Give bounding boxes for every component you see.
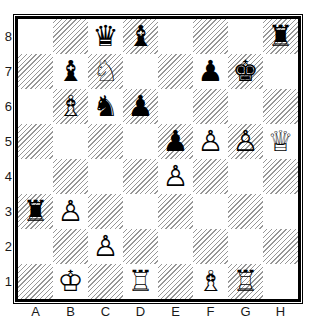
square-a7[interactable] — [18, 54, 53, 89]
rank-label-1: 1 — [0, 264, 12, 299]
square-a6[interactable] — [18, 89, 53, 124]
square-f7[interactable]: ♟ — [193, 54, 228, 89]
square-b6[interactable]: ♗ — [53, 89, 88, 124]
square-a4[interactable] — [18, 159, 53, 194]
board-frame: ♛♝♜♝♘♟♚♗♞♟♟♙♙♕♙♜♙♙♔♖♗♖ — [13, 14, 303, 304]
rank-label-7: 7 — [0, 54, 12, 89]
piece-white-pawn-g5[interactable]: ♙ — [233, 124, 259, 159]
square-f4[interactable] — [193, 159, 228, 194]
square-a3[interactable]: ♜ — [18, 194, 53, 229]
square-h3[interactable] — [263, 194, 298, 229]
piece-black-bishop-d8[interactable]: ♝ — [128, 19, 154, 54]
piece-white-pawn-f5[interactable]: ♙ — [198, 124, 224, 159]
square-d6[interactable]: ♟ — [123, 89, 158, 124]
square-g5[interactable]: ♙ — [228, 124, 263, 159]
piece-white-bishop-b6[interactable]: ♗ — [58, 89, 84, 124]
piece-black-pawn-d6[interactable]: ♟ — [128, 89, 154, 124]
piece-white-pawn-b3[interactable]: ♙ — [58, 194, 84, 229]
square-c6[interactable]: ♞ — [88, 89, 123, 124]
rank-label-3: 3 — [0, 194, 12, 229]
square-g1[interactable]: ♖ — [228, 264, 263, 299]
square-e1[interactable] — [158, 264, 193, 299]
square-d8[interactable]: ♝ — [123, 19, 158, 54]
rank-label-2: 2 — [0, 229, 12, 264]
square-g6[interactable] — [228, 89, 263, 124]
file-label-g: G — [228, 303, 263, 319]
square-g2[interactable] — [228, 229, 263, 264]
piece-white-rook-d1[interactable]: ♖ — [128, 264, 154, 299]
square-e6[interactable] — [158, 89, 193, 124]
file-label-b: B — [53, 303, 88, 319]
square-b8[interactable] — [53, 19, 88, 54]
rank-labels: 87654321 — [0, 19, 12, 299]
piece-black-pawn-e5[interactable]: ♟ — [163, 124, 189, 159]
square-h7[interactable] — [263, 54, 298, 89]
piece-black-rook-a3[interactable]: ♜ — [23, 194, 49, 229]
piece-black-knight-c6[interactable]: ♞ — [93, 89, 119, 124]
square-c5[interactable] — [88, 124, 123, 159]
square-a5[interactable] — [18, 124, 53, 159]
square-c3[interactable] — [88, 194, 123, 229]
square-a2[interactable] — [18, 229, 53, 264]
piece-white-queen-h5[interactable]: ♕ — [268, 124, 294, 159]
square-h2[interactable] — [263, 229, 298, 264]
square-b2[interactable] — [53, 229, 88, 264]
square-b3[interactable]: ♙ — [53, 194, 88, 229]
square-g3[interactable] — [228, 194, 263, 229]
file-label-f: F — [193, 303, 228, 319]
piece-black-king-g7[interactable]: ♚ — [233, 54, 259, 89]
square-d5[interactable] — [123, 124, 158, 159]
piece-white-pawn-e4[interactable]: ♙ — [163, 159, 189, 194]
piece-white-knight-c7[interactable]: ♘ — [93, 54, 119, 89]
square-d3[interactable] — [123, 194, 158, 229]
square-c1[interactable] — [88, 264, 123, 299]
square-h4[interactable] — [263, 159, 298, 194]
file-label-e: E — [158, 303, 193, 319]
square-e5[interactable]: ♟ — [158, 124, 193, 159]
file-label-h: H — [263, 303, 298, 319]
chess-board: ♛♝♜♝♘♟♚♗♞♟♟♙♙♕♙♜♙♙♔♖♗♖ — [15, 16, 301, 302]
square-h8[interactable]: ♜ — [263, 19, 298, 54]
square-e3[interactable] — [158, 194, 193, 229]
square-h6[interactable] — [263, 89, 298, 124]
rank-label-6: 6 — [0, 89, 12, 124]
square-f6[interactable] — [193, 89, 228, 124]
piece-black-rook-h8[interactable]: ♜ — [268, 19, 294, 54]
square-e7[interactable] — [158, 54, 193, 89]
square-f3[interactable] — [193, 194, 228, 229]
piece-white-rook-g1[interactable]: ♖ — [233, 264, 259, 299]
square-b5[interactable] — [53, 124, 88, 159]
file-label-c: C — [88, 303, 123, 319]
square-c4[interactable] — [88, 159, 123, 194]
square-f5[interactable]: ♙ — [193, 124, 228, 159]
square-b1[interactable]: ♔ — [53, 264, 88, 299]
square-c2[interactable]: ♙ — [88, 229, 123, 264]
square-g8[interactable] — [228, 19, 263, 54]
rank-label-8: 8 — [0, 19, 12, 54]
square-e8[interactable] — [158, 19, 193, 54]
square-d4[interactable] — [123, 159, 158, 194]
square-d7[interactable] — [123, 54, 158, 89]
piece-white-bishop-f1[interactable]: ♗ — [198, 264, 224, 299]
file-label-d: D — [123, 303, 158, 319]
file-label-a: A — [18, 303, 53, 319]
rank-label-4: 4 — [0, 159, 12, 194]
square-d2[interactable] — [123, 229, 158, 264]
piece-black-pawn-f7[interactable]: ♟ — [198, 54, 224, 89]
square-f2[interactable] — [193, 229, 228, 264]
square-g4[interactable] — [228, 159, 263, 194]
square-e4[interactable]: ♙ — [158, 159, 193, 194]
chess-diagram: 87654321 ♛♝♜♝♘♟♚♗♞♟♟♙♙♕♙♜♙♙♔♖♗♖ ABCDEFGH — [0, 0, 314, 320]
square-h1[interactable] — [263, 264, 298, 299]
square-h5[interactable]: ♕ — [263, 124, 298, 159]
square-a8[interactable] — [18, 19, 53, 54]
square-a1[interactable] — [18, 264, 53, 299]
square-g7[interactable]: ♚ — [228, 54, 263, 89]
piece-white-king-b1[interactable]: ♔ — [58, 264, 84, 299]
file-labels: ABCDEFGH — [18, 303, 298, 319]
square-f8[interactable] — [193, 19, 228, 54]
square-d1[interactable]: ♖ — [123, 264, 158, 299]
square-c8[interactable]: ♛ — [88, 19, 123, 54]
square-b4[interactable] — [53, 159, 88, 194]
square-e2[interactable] — [158, 229, 193, 264]
square-f1[interactable]: ♗ — [193, 264, 228, 299]
piece-black-bishop-b7[interactable]: ♝ — [58, 54, 84, 89]
piece-white-pawn-c2[interactable]: ♙ — [93, 229, 119, 264]
square-b7[interactable]: ♝ — [53, 54, 88, 89]
piece-black-queen-c8[interactable]: ♛ — [93, 19, 119, 54]
square-c7[interactable]: ♘ — [88, 54, 123, 89]
rank-label-5: 5 — [0, 124, 12, 159]
